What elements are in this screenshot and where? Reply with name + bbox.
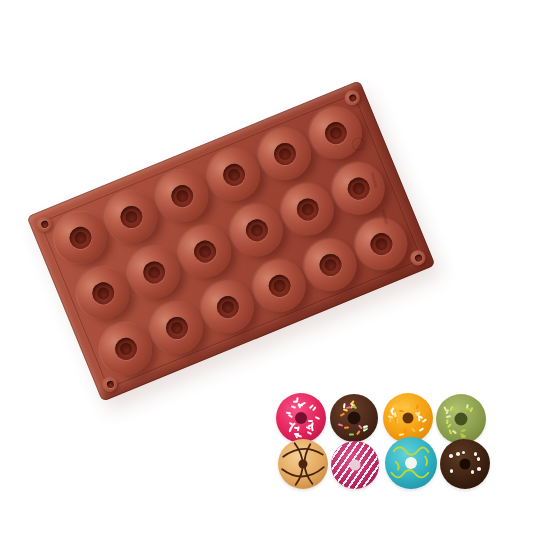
cavity-center-hole xyxy=(146,264,162,280)
donut-cavity xyxy=(92,315,160,383)
magenta-white-stripe-donut xyxy=(331,441,379,489)
sprinkle xyxy=(358,425,363,430)
sprinkle xyxy=(340,413,345,417)
sprinkle xyxy=(411,427,416,432)
sprinkle xyxy=(461,429,466,432)
cavity-center-hole xyxy=(328,125,344,141)
donut-cavity xyxy=(149,162,217,230)
sprinkle xyxy=(446,415,451,418)
silicone-donut-mold xyxy=(27,80,436,402)
cavity-center-hole xyxy=(220,299,236,315)
cavity-center-hole xyxy=(226,167,242,183)
sprinkle xyxy=(418,416,420,421)
cavity-center-post xyxy=(140,258,169,287)
sprinkle xyxy=(399,433,404,435)
cavity-center-hole xyxy=(169,320,185,336)
cavity-center-post xyxy=(367,230,396,259)
cavity-center-post xyxy=(163,314,192,343)
sprinkle xyxy=(312,407,316,412)
dark-chocolate-pearl-donut xyxy=(440,439,490,489)
donut-cavity xyxy=(245,252,313,320)
donut-cavity xyxy=(325,155,393,223)
cavity-center-hole xyxy=(249,222,265,238)
cavity-center-hole xyxy=(95,285,111,301)
sprinkle xyxy=(344,427,349,429)
green-matcha-sprinkle-donut xyxy=(436,394,486,444)
donut-cavity xyxy=(348,210,416,278)
donut-cavity xyxy=(194,273,262,341)
cavity-center-post xyxy=(219,161,248,190)
cavity-center-post xyxy=(322,119,351,148)
cavity-center-post xyxy=(242,216,271,245)
cavity-center-post xyxy=(191,237,220,266)
sugar-pearl xyxy=(477,467,481,471)
sugar-pearl xyxy=(450,469,454,473)
sprinkle xyxy=(291,406,296,409)
sprinkle xyxy=(301,402,306,406)
cavity-center-post xyxy=(214,293,243,322)
donut-hole xyxy=(455,413,468,426)
sprinkle xyxy=(390,417,392,422)
sprinkle xyxy=(416,404,419,409)
cavity-center-post xyxy=(89,279,118,308)
sugar-pearl xyxy=(471,470,475,474)
cavity-center-post xyxy=(111,335,140,364)
product-photo xyxy=(0,0,533,533)
donut-cavity xyxy=(171,218,239,286)
sprinkle xyxy=(444,406,448,411)
donut-hole xyxy=(299,460,308,469)
cavity-center-post xyxy=(293,195,322,224)
teal-green-drizzle-donut xyxy=(385,437,437,489)
orange-sprinkle-donut xyxy=(383,393,433,443)
sprinkle xyxy=(461,436,466,438)
sprinkle xyxy=(399,410,404,413)
sprinkle xyxy=(311,426,314,431)
cavity-center-hole xyxy=(72,230,88,246)
sprinkle xyxy=(422,419,427,423)
sprinkle xyxy=(405,406,410,409)
sprinkle xyxy=(338,423,343,426)
donut-hole xyxy=(348,412,361,425)
donut-cavity xyxy=(69,260,137,328)
cavity-center-post xyxy=(316,251,345,280)
sugar-pearl xyxy=(462,451,466,455)
cavity-center-post xyxy=(168,182,197,211)
cavity-center-hole xyxy=(351,180,367,196)
sprinkle xyxy=(307,431,312,435)
sugar-pearl xyxy=(474,452,478,456)
cavity-center-hole xyxy=(197,243,213,259)
cavity-center-post xyxy=(265,272,294,301)
sprinkle xyxy=(404,428,408,433)
donut-cavity xyxy=(46,204,114,272)
sprinkle xyxy=(419,428,424,432)
sprinkle xyxy=(357,430,361,435)
donut-cavity xyxy=(302,99,370,167)
donut-hole xyxy=(403,413,414,424)
cavity-center-hole xyxy=(271,278,287,294)
cavity-center-hole xyxy=(277,146,293,162)
sugar-pearl xyxy=(456,452,460,456)
sprinkle xyxy=(452,429,457,433)
donut-cavity xyxy=(223,197,291,265)
chocolate-rainbow-sprinkle-donut xyxy=(330,394,378,442)
sprinkle xyxy=(294,426,299,429)
sprinkle xyxy=(396,418,398,423)
caramel-chocolate-drizzle-donut xyxy=(278,439,328,489)
sprinkle xyxy=(394,412,396,417)
cavity-center-hole xyxy=(123,209,139,225)
donut-hole xyxy=(405,457,417,469)
donut-cavity xyxy=(200,141,268,209)
cavity-center-post xyxy=(271,140,300,169)
cavity-grid xyxy=(43,95,418,388)
donut-hole xyxy=(350,460,361,471)
sugar-pearl xyxy=(449,454,453,458)
sprinkle xyxy=(315,416,320,419)
donut-hole xyxy=(460,459,471,470)
sugar-pearl xyxy=(477,457,481,461)
sprinkle xyxy=(296,398,298,403)
donut-hole xyxy=(295,412,307,424)
cavity-center-hole xyxy=(118,341,134,357)
cavity-center-hole xyxy=(300,201,316,217)
sprinkle xyxy=(288,414,293,418)
pink-white-sprinkle-donut xyxy=(276,393,326,443)
cavity-center-hole xyxy=(175,188,191,204)
sprinkle xyxy=(349,434,354,436)
cavity-center-post xyxy=(117,203,146,232)
cavity-center-post xyxy=(345,174,374,203)
cavity-center-hole xyxy=(374,236,390,252)
sprinkle xyxy=(465,408,470,410)
cavity-center-post xyxy=(66,224,95,253)
cavity-center-hole xyxy=(323,257,339,273)
